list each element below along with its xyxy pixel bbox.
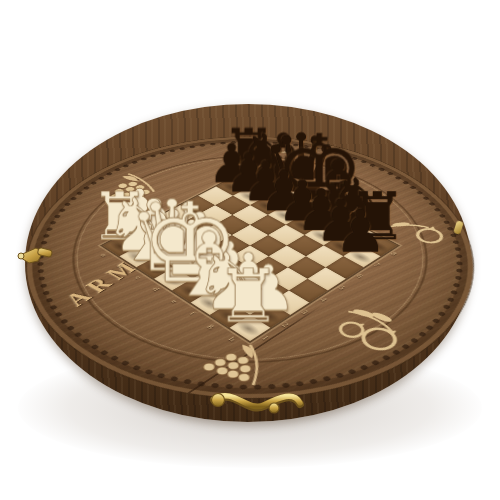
file-label-h: h: [227, 335, 239, 342]
front-latch-brass-clasp: [204, 384, 308, 428]
product-photo-stage: ARMENIA: [0, 0, 500, 500]
left-latch-brass-clasp: [12, 236, 60, 274]
piece-glyph: ♟: [334, 202, 387, 261]
piece-glyph: ♜: [216, 260, 282, 333]
